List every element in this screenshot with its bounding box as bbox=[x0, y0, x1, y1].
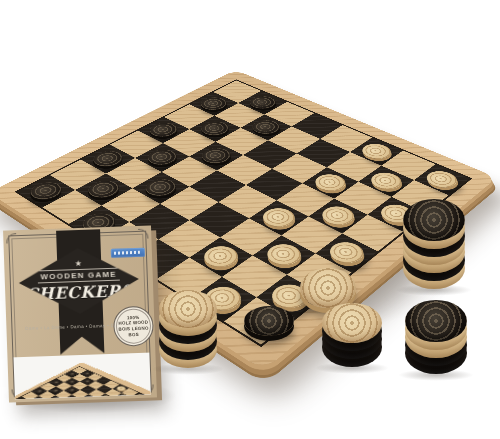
stack-right-bottom: ⛂⛀⛀⛂⛂ bbox=[405, 300, 467, 374]
star-icon: ★ bbox=[75, 260, 82, 268]
box-mini-playing-field: ⛂⛂⛂⛂⛂⛂⛂⛂⛂⛂⛂⛂⛀⛀⛀⛀⛀⛀⛀⛀⛀⛀⛀⛀ bbox=[13, 366, 149, 399]
wood-checker-top: ⛀ bbox=[159, 290, 217, 328]
single-black-piece: ⛂ bbox=[244, 306, 294, 336]
product-photo-stage: ⛂⛂⛂⛂⛂⛂⛂⛂⛂⛂⛂⛂⛀⛀⛀⛀⛀⛀⛀⛀⛀⛀⛀⛀ ★ WOODEN GAME C… bbox=[0, 0, 500, 439]
box-mini-board-scene: ⛂⛂⛂⛂⛂⛂⛂⛂⛂⛂⛂⛂⛀⛀⛀⛀⛀⛀⛀⛀⛀⛀⛀⛀ bbox=[13, 362, 150, 399]
badge-line: BOS bbox=[128, 332, 139, 338]
black-checker-top: ⛂ bbox=[405, 300, 467, 342]
wood-checker-top: ⛀ bbox=[300, 268, 356, 308]
product-box: ★ WOODEN GAME CHECKERS Dame • La Dame • … bbox=[3, 225, 157, 402]
black-checker-top: ⛂ bbox=[244, 306, 294, 336]
square-d6 bbox=[89, 398, 106, 399]
single-wood-piece: ⛀ bbox=[300, 268, 356, 308]
wood-checker-top: ⛀ bbox=[322, 303, 382, 343]
box-photo-panel: ⛂⛂⛂⛂⛂⛂⛂⛂⛂⛂⛂⛂⛀⛀⛀⛀⛀⛀⛀⛀⛀⛀⛀⛀ bbox=[13, 353, 150, 400]
stack-front-center: ⛀⛂⛂⛂ bbox=[322, 303, 382, 367]
box-mini-board: ⛂⛂⛂⛂⛂⛂⛂⛂⛂⛂⛂⛂⛀⛀⛀⛀⛀⛀⛀⛀⛀⛀⛀⛀ bbox=[13, 362, 150, 399]
black-checker-top: ⛂ bbox=[403, 199, 465, 241]
stack-right-top: ⛂⛀⛂⛀⛀⛂⛀ bbox=[403, 199, 465, 289]
stack-center-left: ⛀⛀⛂⛀⛂⛀ bbox=[159, 290, 217, 368]
brand-logo bbox=[111, 248, 145, 258]
corner-flourish-icon bbox=[138, 229, 148, 239]
